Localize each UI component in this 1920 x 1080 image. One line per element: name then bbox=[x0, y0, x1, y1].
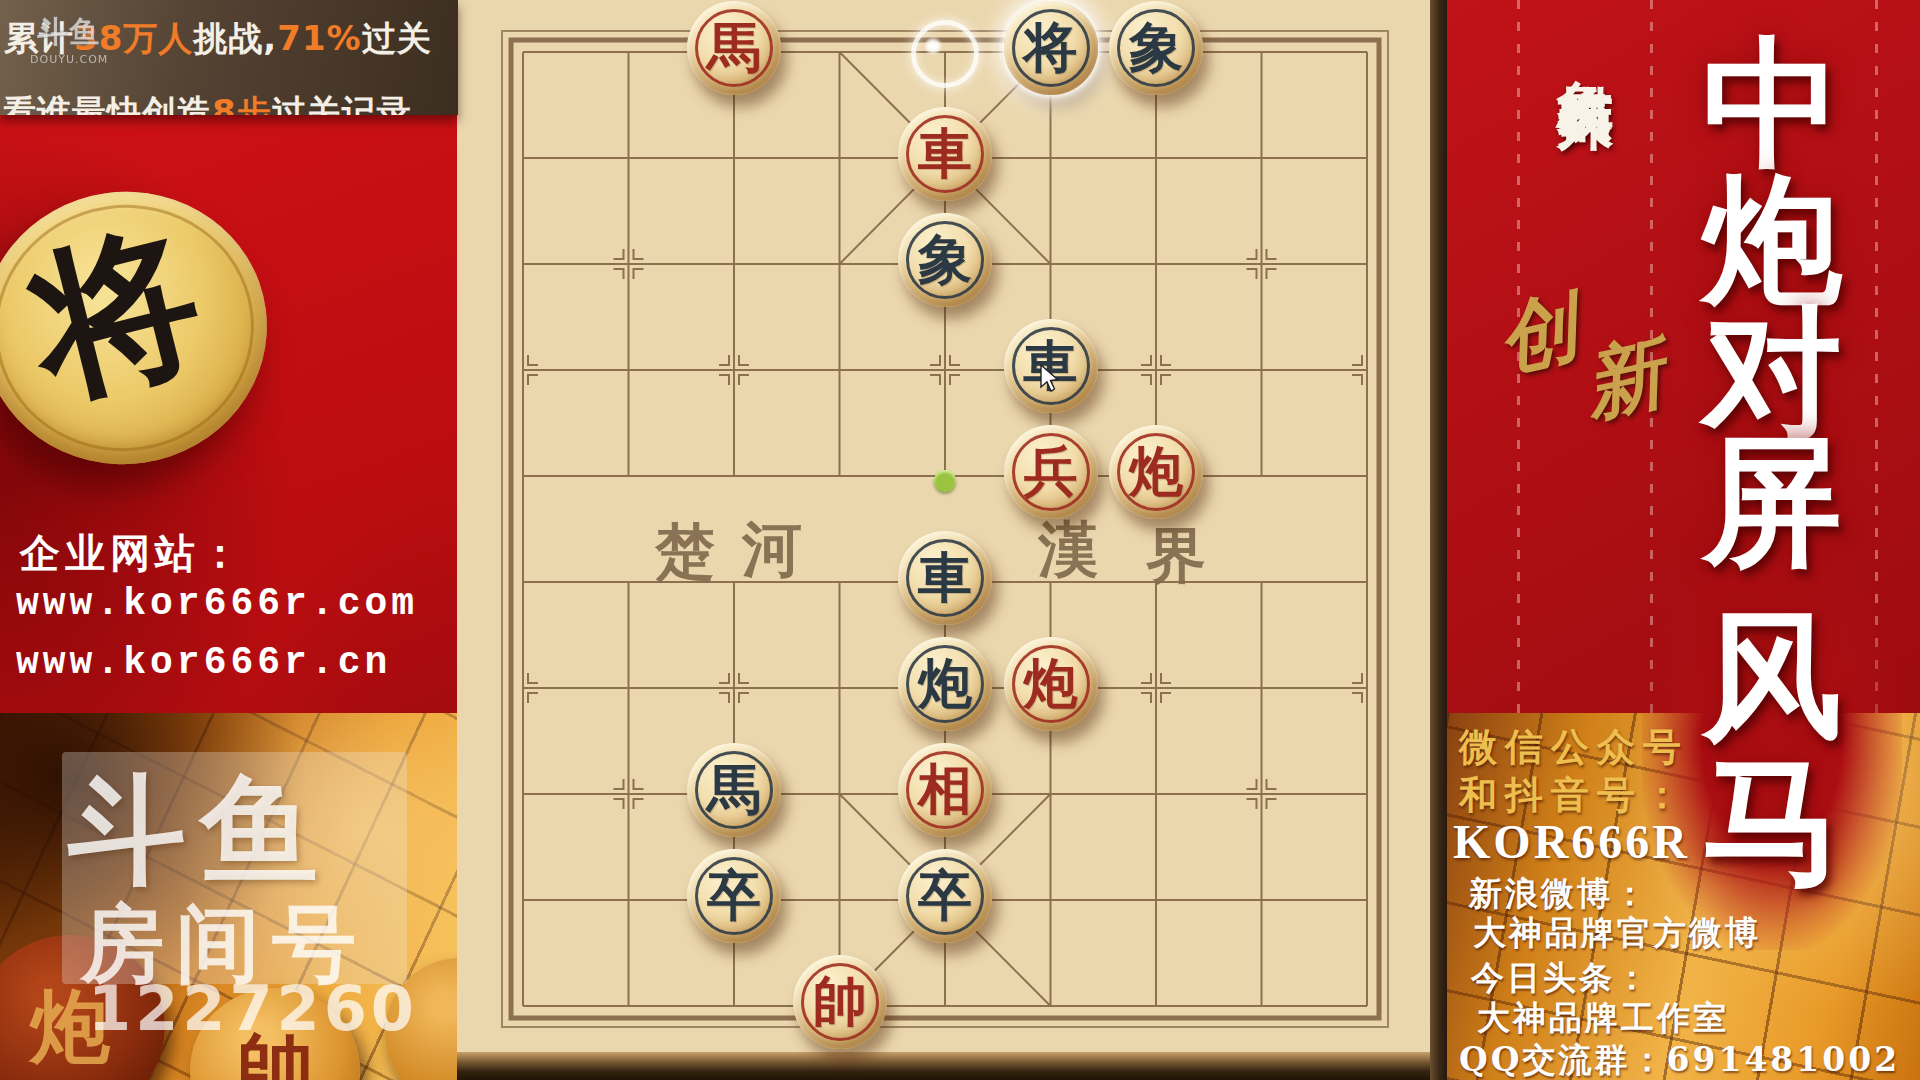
river-label-char: 楚 bbox=[655, 512, 715, 593]
last-move-origin-ring bbox=[911, 20, 979, 88]
calligraphy-xin: 新 bbox=[1575, 321, 1673, 440]
red-elephant[interactable]: 相 bbox=[898, 743, 992, 837]
promo-text-segment: 8步 bbox=[212, 92, 272, 115]
red-chariot[interactable]: 車 bbox=[898, 107, 992, 201]
board-banner-seam bbox=[1430, 0, 1447, 1080]
red-soldier[interactable]: 兵 bbox=[1004, 425, 1098, 519]
piece-glyph: 炮 bbox=[1024, 656, 1078, 710]
black-soldier[interactable]: 卒 bbox=[898, 849, 992, 943]
mouse-cursor bbox=[1040, 364, 1066, 398]
promo-text-segment: 看谁最快创造 bbox=[2, 92, 212, 115]
piece-glyph: 兵 bbox=[1024, 444, 1078, 498]
room-overlay-number: 1227260 bbox=[88, 972, 388, 1045]
piece-glyph: 象 bbox=[1129, 20, 1183, 74]
piece-glyph: 帥 bbox=[813, 974, 867, 1028]
table-edge bbox=[457, 1052, 1445, 1080]
piece-glyph: 車 bbox=[918, 550, 972, 604]
left-banner: 累计38万人挑战,71%过关 看谁最快创造8步过关记录 斗鱼 DOUYU.COM… bbox=[0, 0, 457, 1080]
piece-glyph: 卒 bbox=[918, 868, 972, 922]
piece-glyph: 将 bbox=[1024, 20, 1078, 74]
website-label: 企业网站： bbox=[20, 526, 245, 581]
piece-glyph: 馬 bbox=[707, 20, 761, 74]
banner-subtitle-vertical: 象棋大师 bbox=[1547, 34, 1624, 58]
promo-text-segment: 71% bbox=[277, 18, 361, 58]
piece-glyph: 相 bbox=[918, 762, 972, 816]
main-title-char: 炮 bbox=[1699, 170, 1845, 310]
main-title-char: 屏 bbox=[1699, 432, 1845, 572]
piece-glyph: 炮 bbox=[918, 656, 972, 710]
red-general[interactable]: 帥 bbox=[793, 955, 887, 1049]
contact-line: 微信公众号 bbox=[1459, 722, 1689, 773]
contact-line: QQ交流群：691481002 bbox=[1459, 1038, 1900, 1080]
piece-glyph: 車 bbox=[918, 126, 972, 180]
calligraphy-chuang: 创 bbox=[1489, 275, 1587, 394]
piece-glyph: 卒 bbox=[707, 868, 761, 922]
website-url: www.kor666r.com bbox=[16, 582, 418, 625]
main-title-char: 风 bbox=[1699, 607, 1845, 747]
contact-line: 大神品牌官方微博 bbox=[1473, 911, 1761, 956]
black-soldier[interactable]: 卒 bbox=[687, 849, 781, 943]
black-elephant[interactable]: 象 bbox=[1109, 1, 1203, 95]
black-horse[interactable]: 馬 bbox=[687, 743, 781, 837]
river-label-char: 河 bbox=[742, 510, 802, 591]
piece-glyph: 炮 bbox=[1129, 444, 1183, 498]
promo-panel: 累计38万人挑战,71%过关 看谁最快创造8步过关记录 斗鱼 DOUYU.COM bbox=[0, 0, 458, 115]
black-cannon[interactable]: 炮 bbox=[898, 637, 992, 731]
main-title-char: 马 bbox=[1699, 752, 1845, 892]
promo-text-segment: 过关 bbox=[362, 18, 432, 58]
douyu-watermark-title: 斗鱼 bbox=[30, 12, 108, 53]
right-banner: 象棋大师 创 新 中炮对屏风马 微信公众号和抖音号：KOR666R新浪微博：大神… bbox=[1447, 0, 1920, 1080]
douyu-watermark-subtitle: DOUYU.COM bbox=[30, 53, 108, 66]
black-general[interactable]: 将 bbox=[1004, 1, 1098, 95]
contact-line: 今日头条： bbox=[1471, 956, 1651, 1001]
promo-text-segment: 过关记录 bbox=[272, 92, 412, 115]
hint-dot bbox=[934, 470, 956, 492]
red-cannon[interactable]: 炮 bbox=[1109, 425, 1203, 519]
promo-line-2: 看谁最快创造8步过关记录 bbox=[2, 90, 412, 115]
douyu-watermark: 斗鱼 DOUYU.COM bbox=[30, 12, 108, 66]
promo-text-segment: 挑战, bbox=[193, 18, 277, 58]
piece-glyph: 象 bbox=[918, 232, 972, 286]
stream-screenshot: 楚河漢界 馬将象車象車兵炮車炮炮相馬卒卒帥 累计38万人挑战,71%过关 看谁最… bbox=[0, 0, 1920, 1080]
contact-line: 大神品牌工作室 bbox=[1477, 996, 1729, 1041]
red-cannon[interactable]: 炮 bbox=[1004, 637, 1098, 731]
black-elephant[interactable]: 象 bbox=[898, 213, 992, 307]
red-horse[interactable]: 馬 bbox=[687, 1, 781, 95]
main-title-char: 中 bbox=[1699, 34, 1845, 174]
river-label-char: 漢 bbox=[1038, 510, 1098, 591]
website-url: www.kor666r.cn bbox=[16, 641, 391, 684]
contact-line: KOR666R bbox=[1453, 814, 1690, 869]
black-chariot[interactable]: 車 bbox=[898, 531, 992, 625]
river-label-char: 界 bbox=[1146, 516, 1206, 597]
showcase-piece-glyph: 将 bbox=[9, 188, 223, 444]
piece-glyph: 馬 bbox=[707, 762, 761, 816]
